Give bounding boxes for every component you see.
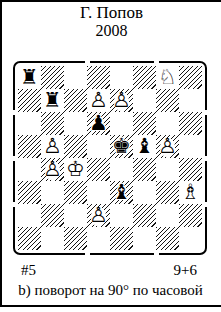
publication-year: 2008 xyxy=(2,22,221,40)
square-g7 xyxy=(156,89,179,112)
border-tick xyxy=(85,61,90,64)
square-h5 xyxy=(179,135,202,158)
square-e2 xyxy=(110,204,133,227)
square-f5: ♝ xyxy=(133,135,156,158)
border-tick xyxy=(13,156,16,161)
square-d5 xyxy=(87,135,110,158)
board-grid: ♜♘♜♙♙♟♙♚♝♙♙♔♝♗♙ xyxy=(18,66,202,250)
square-e1 xyxy=(110,227,133,250)
piece-white-pawn-b4: ♙ xyxy=(41,158,64,181)
square-c3 xyxy=(64,181,87,204)
piece-black-rook-b7: ♜ xyxy=(41,89,64,112)
square-c2 xyxy=(64,204,87,227)
square-d1 xyxy=(87,227,110,250)
square-g3 xyxy=(156,181,179,204)
square-h6 xyxy=(179,112,202,135)
piece-black-bishop-f5: ♝ xyxy=(133,135,156,158)
page-bottom-border xyxy=(0,305,221,307)
square-f8 xyxy=(133,66,156,89)
square-h3: ♗ xyxy=(179,181,202,204)
square-a4 xyxy=(18,158,41,181)
square-f3 xyxy=(133,181,156,204)
square-d7: ♙ xyxy=(87,89,110,112)
author-name: Г. Попов xyxy=(2,3,221,22)
border-tick xyxy=(204,156,207,161)
square-f2 xyxy=(133,204,156,227)
square-a8: ♜ xyxy=(18,66,41,89)
square-f1 xyxy=(133,227,156,250)
square-c1 xyxy=(64,227,87,250)
border-tick xyxy=(85,252,90,255)
square-b1 xyxy=(41,227,64,250)
piece-white-king-c4: ♔ xyxy=(64,158,87,181)
square-f6 xyxy=(133,112,156,135)
square-c5 xyxy=(64,135,87,158)
piece-white-bishop-h3: ♗ xyxy=(179,181,202,204)
square-d2: ♙ xyxy=(87,204,110,227)
piece-white-pawn-d7: ♙ xyxy=(87,89,110,112)
square-e5: ♚ xyxy=(110,135,133,158)
chess-problem-page: Г. Попов 2008 ♜♘♜♙♙♟♙♚♝♙♙♔♝♗♙ #5 9+6 b) … xyxy=(0,0,221,312)
square-c8 xyxy=(64,66,87,89)
square-b5: ♙ xyxy=(41,135,64,158)
border-tick xyxy=(204,202,207,207)
square-e4 xyxy=(110,158,133,181)
square-h2 xyxy=(179,204,202,227)
stipulation-moves: #5 xyxy=(21,261,36,279)
square-c4: ♔ xyxy=(64,158,87,181)
square-a3 xyxy=(18,181,41,204)
square-d3 xyxy=(87,181,110,204)
square-h4 xyxy=(179,158,202,181)
square-g2 xyxy=(156,204,179,227)
piece-black-pawn-d6: ♟ xyxy=(87,112,110,135)
square-h7 xyxy=(179,89,202,112)
square-g6 xyxy=(156,112,179,135)
piece-white-pawn-b5: ♙ xyxy=(41,135,64,158)
square-f4 xyxy=(133,158,156,181)
square-f7 xyxy=(133,89,156,112)
twin-caption: b) поворот на 90° по часовой xyxy=(0,280,221,300)
square-h8 xyxy=(179,66,202,89)
square-b8 xyxy=(41,66,64,89)
piece-black-king-e5: ♚ xyxy=(110,135,133,158)
piece-black-rook-a8: ♜ xyxy=(18,66,41,89)
square-a5 xyxy=(18,135,41,158)
border-tick xyxy=(154,61,159,64)
square-b4: ♙ xyxy=(41,158,64,181)
square-c7 xyxy=(64,89,87,112)
square-a2 xyxy=(18,204,41,227)
border-tick xyxy=(204,110,207,115)
square-e8 xyxy=(110,66,133,89)
square-d6: ♟ xyxy=(87,112,110,135)
square-b6 xyxy=(41,112,64,135)
chessboard: ♜♘♜♙♙♟♙♚♝♙♙♔♝♗♙ xyxy=(13,61,207,255)
piece-white-pawn-e7: ♙ xyxy=(110,89,133,112)
square-b7: ♜ xyxy=(41,89,64,112)
material-count: 9+6 xyxy=(174,261,197,279)
square-b2 xyxy=(41,204,64,227)
problem-header: Г. Попов 2008 xyxy=(2,3,221,40)
border-tick xyxy=(13,110,16,115)
border-tick xyxy=(154,252,159,255)
square-d8 xyxy=(87,66,110,89)
square-e3: ♝ xyxy=(110,181,133,204)
square-c6 xyxy=(64,112,87,135)
square-h1 xyxy=(179,227,202,250)
page-top-border xyxy=(0,0,221,2)
piece-white-knight-g8: ♘ xyxy=(156,66,179,89)
square-d4 xyxy=(87,158,110,181)
square-e6 xyxy=(110,112,133,135)
square-g8: ♘ xyxy=(156,66,179,89)
square-e7: ♙ xyxy=(110,89,133,112)
square-a6 xyxy=(18,112,41,135)
square-b3 xyxy=(41,181,64,204)
piece-black-bishop-e3: ♝ xyxy=(110,181,133,204)
page-left-border xyxy=(0,0,2,307)
stipulation-row: #5 9+6 xyxy=(13,261,207,279)
piece-white-pawn-g5: ♙ xyxy=(156,135,179,158)
square-g1 xyxy=(156,227,179,250)
square-g4 xyxy=(156,158,179,181)
piece-white-pawn-d2: ♙ xyxy=(87,204,110,227)
square-a1 xyxy=(18,227,41,250)
square-g5: ♙ xyxy=(156,135,179,158)
border-tick xyxy=(13,202,16,207)
square-a7 xyxy=(18,89,41,112)
